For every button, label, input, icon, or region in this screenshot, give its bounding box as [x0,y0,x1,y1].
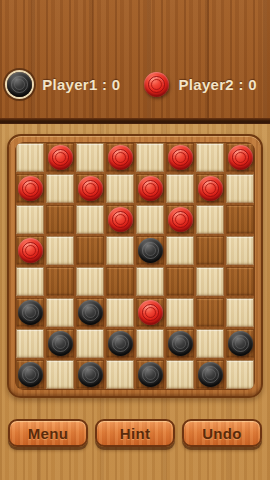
red-piece[interactable] [48,145,73,170]
square-r8c8[interactable] [226,360,254,389]
undo-button[interactable]: Undo [182,419,262,447]
player1-score-group: Player1 : 0 [7,72,120,97]
square-r3c6[interactable] [166,205,194,234]
red-piece[interactable] [18,176,43,201]
square-r4c1[interactable] [16,236,44,265]
square-r3c8[interactable] [226,205,254,234]
square-r5c5[interactable] [136,267,164,296]
bottom-button-row: Menu Hint Undo [0,419,270,447]
square-r3c1[interactable] [16,205,44,234]
checkers-app-screen: Player1 : 0 Player2 : 0 Menu Hint Undo [0,0,270,480]
black-piece[interactable] [78,300,103,325]
score-header: Player1 : 0 Player2 : 0 [0,0,270,118]
black-piece[interactable] [18,300,43,325]
square-r8c3[interactable] [76,360,104,389]
square-r4c2[interactable] [46,236,74,265]
board-grid [15,142,255,390]
score-row: Player1 : 0 Player2 : 0 [0,68,270,100]
black-piece[interactable] [18,362,43,387]
square-r5c1[interactable] [16,267,44,296]
square-r4c5[interactable] [136,236,164,265]
red-piece[interactable] [138,300,163,325]
square-r5c7[interactable] [196,267,224,296]
square-r1c7[interactable] [196,143,224,172]
square-r7c3[interactable] [76,329,104,358]
hint-button[interactable]: Hint [95,419,175,447]
square-r1c5[interactable] [136,143,164,172]
square-r2c5[interactable] [136,174,164,203]
square-r8c7[interactable] [196,360,224,389]
red-piece[interactable] [108,207,133,232]
square-r6c4[interactable] [106,298,134,327]
square-r7c4[interactable] [106,329,134,358]
square-r2c4[interactable] [106,174,134,203]
black-piece[interactable] [138,362,163,387]
square-r2c3[interactable] [76,174,104,203]
black-piece[interactable] [78,362,103,387]
square-r1c8[interactable] [226,143,254,172]
square-r4c4[interactable] [106,236,134,265]
square-r2c2[interactable] [46,174,74,203]
square-r3c5[interactable] [136,205,164,234]
square-r2c7[interactable] [196,174,224,203]
square-r7c6[interactable] [166,329,194,358]
square-r7c8[interactable] [226,329,254,358]
red-piece[interactable] [228,145,253,170]
square-r3c3[interactable] [76,205,104,234]
square-r6c3[interactable] [76,298,104,327]
square-r1c2[interactable] [46,143,74,172]
red-piece[interactable] [168,207,193,232]
square-r6c5[interactable] [136,298,164,327]
square-r4c3[interactable] [76,236,104,265]
square-r5c3[interactable] [76,267,104,296]
square-r3c7[interactable] [196,205,224,234]
red-piece[interactable] [168,145,193,170]
play-area: Menu Hint Undo [0,124,270,480]
square-r4c6[interactable] [166,236,194,265]
square-r4c8[interactable] [226,236,254,265]
red-piece[interactable] [138,176,163,201]
square-r7c5[interactable] [136,329,164,358]
square-r8c1[interactable] [16,360,44,389]
square-r6c2[interactable] [46,298,74,327]
black-piece[interactable] [228,331,253,356]
square-r6c6[interactable] [166,298,194,327]
square-r8c2[interactable] [46,360,74,389]
square-r5c4[interactable] [106,267,134,296]
black-piece[interactable] [108,331,133,356]
square-r8c5[interactable] [136,360,164,389]
square-r8c4[interactable] [106,360,134,389]
menu-button[interactable]: Menu [8,419,88,447]
square-r1c1[interactable] [16,143,44,172]
player2-red-piece-icon [144,72,169,97]
square-r6c1[interactable] [16,298,44,327]
black-piece[interactable] [138,238,163,263]
checkers-board [7,134,263,398]
square-r2c8[interactable] [226,174,254,203]
square-r7c1[interactable] [16,329,44,358]
player1-score-label: Player1 : 0 [42,76,120,93]
square-r1c3[interactable] [76,143,104,172]
black-piece[interactable] [168,331,193,356]
square-r3c4[interactable] [106,205,134,234]
square-r1c6[interactable] [166,143,194,172]
square-r1c4[interactable] [106,143,134,172]
square-r5c6[interactable] [166,267,194,296]
player2-score-label: Player2 : 0 [179,76,257,93]
red-piece[interactable] [198,176,223,201]
red-piece[interactable] [108,145,133,170]
square-r2c6[interactable] [166,174,194,203]
player2-score-group: Player2 : 0 [144,72,257,97]
red-piece[interactable] [18,238,43,263]
red-piece[interactable] [78,176,103,201]
square-r6c7[interactable] [196,298,224,327]
square-r8c6[interactable] [166,360,194,389]
square-r4c7[interactable] [196,236,224,265]
square-r3c2[interactable] [46,205,74,234]
square-r5c2[interactable] [46,267,74,296]
square-r6c8[interactable] [226,298,254,327]
square-r5c8[interactable] [226,267,254,296]
player1-black-piece-icon [7,72,32,97]
black-piece[interactable] [198,362,223,387]
square-r7c2[interactable] [46,329,74,358]
black-piece[interactable] [48,331,73,356]
square-r7c7[interactable] [196,329,224,358]
square-r2c1[interactable] [16,174,44,203]
